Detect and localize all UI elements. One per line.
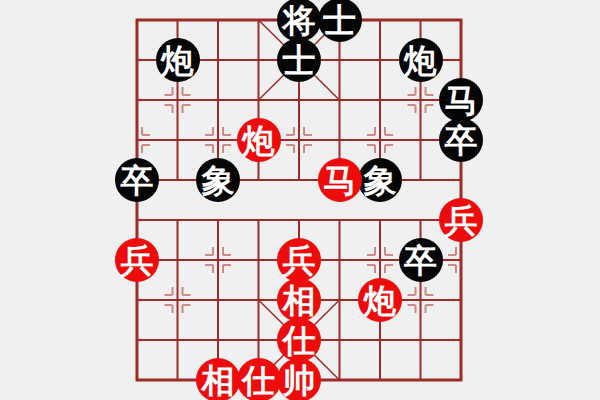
piece-black-soldier[interactable]: 卒 bbox=[399, 238, 443, 282]
piece-black-advisor[interactable]: 士 bbox=[318, 0, 362, 42]
piece-black-elephant[interactable]: 象 bbox=[358, 158, 402, 202]
xiangqi-board: 将士士炮炮马卒卒象象卒炮马兵兵兵相炮仕相仕帅 bbox=[0, 0, 600, 400]
piece-black-advisor[interactable]: 士 bbox=[277, 38, 321, 82]
piece-red-soldier[interactable]: 兵 bbox=[115, 238, 159, 282]
piece-black-soldier[interactable]: 卒 bbox=[439, 118, 483, 162]
piece-black-soldier[interactable]: 卒 bbox=[115, 158, 159, 202]
piece-red-cannon[interactable]: 炮 bbox=[237, 118, 281, 162]
piece-red-general[interactable]: 帅 bbox=[277, 358, 321, 400]
piece-red-advisor[interactable]: 仕 bbox=[237, 358, 281, 400]
piece-red-cannon[interactable]: 炮 bbox=[358, 278, 402, 322]
piece-red-soldier[interactable]: 兵 bbox=[439, 198, 483, 242]
piece-red-soldier[interactable]: 兵 bbox=[277, 238, 321, 282]
piece-red-elephant[interactable]: 相 bbox=[196, 358, 240, 400]
piece-red-elephant[interactable]: 相 bbox=[277, 278, 321, 322]
piece-red-advisor[interactable]: 仕 bbox=[277, 318, 321, 362]
piece-black-general[interactable]: 将 bbox=[277, 0, 321, 42]
piece-black-horse[interactable]: 马 bbox=[439, 78, 483, 122]
piece-red-horse[interactable]: 马 bbox=[318, 158, 362, 202]
piece-black-elephant[interactable]: 象 bbox=[196, 158, 240, 202]
piece-black-cannon[interactable]: 炮 bbox=[156, 38, 200, 82]
piece-black-cannon[interactable]: 炮 bbox=[399, 38, 443, 82]
